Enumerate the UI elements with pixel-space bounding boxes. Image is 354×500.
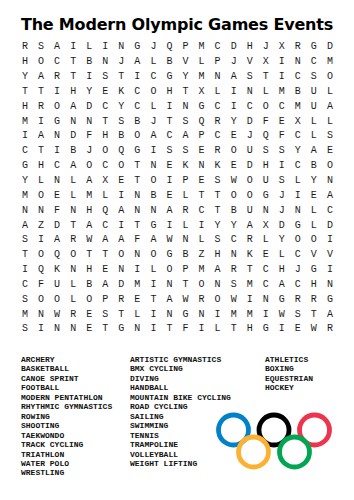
grid-letter: N	[113, 40, 129, 55]
grid-letter: Q	[258, 129, 274, 144]
grid-letter: A	[129, 55, 145, 70]
word-list-item: MOUNTAIN BIKE CYCLING	[130, 393, 231, 402]
grid-letter: I	[274, 55, 290, 70]
grid-letter: C	[306, 55, 322, 70]
grid-letter: L	[129, 307, 145, 322]
grid-letter: U	[49, 278, 65, 293]
grid-letter: O	[194, 278, 210, 293]
grid-letter: S	[113, 114, 129, 129]
grid-letter: A	[226, 70, 242, 85]
grid-letter: B	[161, 55, 177, 70]
grid-letter: A	[274, 278, 290, 293]
grid-letter: I	[161, 218, 177, 233]
grid-letter: O	[33, 188, 49, 203]
grid-letter: X	[97, 174, 113, 189]
grid-letter: G	[177, 307, 193, 322]
grid-letter: R	[306, 292, 322, 307]
grid-letter: L	[322, 114, 338, 129]
grid-letter: B	[129, 114, 145, 129]
grid-letter: C	[97, 218, 113, 233]
grid-letter: L	[145, 263, 161, 278]
grid-letter: N	[290, 55, 306, 70]
grid-letter: M	[17, 114, 33, 129]
grid-letter: K	[49, 263, 65, 278]
grid-letter: T	[129, 218, 145, 233]
grid-letter: A	[306, 144, 322, 159]
word-list-item: TRIATHLON	[21, 450, 112, 459]
grid-letter: U	[306, 99, 322, 114]
grid-letter: W	[177, 292, 193, 307]
grid-letter: Y	[290, 144, 306, 159]
grid-letter: T	[33, 85, 49, 100]
grid-letter: A	[322, 188, 338, 203]
grid-letter: C	[129, 85, 145, 100]
olympic-rings-logo	[210, 407, 338, 475]
grid-letter: N	[258, 203, 274, 218]
grid-letter: A	[65, 159, 81, 174]
grid-letter: Y	[17, 174, 33, 189]
grid-letter: A	[97, 233, 113, 248]
grid-letter: X	[258, 218, 274, 233]
grid-letter: H	[65, 85, 81, 100]
grid-letter: C	[97, 99, 113, 114]
grid-letter: I	[145, 278, 161, 293]
grid-letter: D	[113, 278, 129, 293]
word-list-item: EQUESTRIAN	[265, 374, 313, 383]
grid-letter: B	[81, 278, 97, 293]
grid-letter: M	[194, 263, 210, 278]
grid-letter: U	[242, 203, 258, 218]
grid-letter: B	[145, 188, 161, 203]
grid-letter: V	[177, 55, 193, 70]
grid-letter: Z	[194, 248, 210, 263]
grid-letter: M	[81, 188, 97, 203]
grid-letter: E	[161, 159, 177, 174]
word-list-item: ARTISTIC GYMNASTICS	[130, 355, 231, 364]
grid-letter: R	[65, 233, 81, 248]
grid-letter: I	[226, 99, 242, 114]
grid-letter: M	[194, 40, 210, 55]
grid-letter: H	[17, 55, 33, 70]
grid-letter: T	[17, 85, 33, 100]
grid-letter: T	[177, 85, 193, 100]
grid-letter: C	[129, 99, 145, 114]
grid-letter: Q	[194, 114, 210, 129]
grid-letter: J	[81, 144, 97, 159]
grid-letter: P	[177, 40, 193, 55]
grid-letter: L	[322, 85, 338, 100]
grid-letter: I	[194, 218, 210, 233]
grid-letter: P	[210, 55, 226, 70]
grid-letter: J	[145, 40, 161, 55]
grid-letter: I	[17, 263, 33, 278]
grid-letter: F	[33, 278, 49, 293]
grid-letter: N	[210, 278, 226, 293]
grid-letter: I	[242, 292, 258, 307]
grid-letter: C	[290, 129, 306, 144]
grid-letter: W	[306, 322, 322, 337]
word-list-item: TRACK CYCLING	[21, 440, 112, 449]
grid-letter: O	[113, 159, 129, 174]
grid-letter: G	[258, 322, 274, 337]
grid-letter: S	[290, 307, 306, 322]
grid-letter: O	[65, 248, 81, 263]
grid-letter: T	[17, 248, 33, 263]
grid-letter: T	[113, 307, 129, 322]
grid-letter: F	[258, 114, 274, 129]
grid-letter: D	[81, 99, 97, 114]
grid-letter: T	[129, 159, 145, 174]
grid-letter: J	[145, 114, 161, 129]
grid-letter: N	[194, 307, 210, 322]
grid-letter: B	[306, 159, 322, 174]
grid-letter: R	[33, 99, 49, 114]
grid-letter: E	[97, 263, 113, 278]
grid-letter: E	[322, 144, 338, 159]
grid-letter: E	[194, 174, 210, 189]
grid-letter: X	[258, 55, 274, 70]
grid-letter: D	[226, 40, 242, 55]
grid-letter: N	[49, 322, 65, 337]
grid-letter: O	[33, 292, 49, 307]
grid-letter: C	[210, 40, 226, 55]
grid-letter: A	[322, 99, 338, 114]
grid-letter: N	[177, 99, 193, 114]
grid-letter: L	[194, 55, 210, 70]
grid-letter: V	[322, 248, 338, 263]
grid-letter: I	[274, 322, 290, 337]
grid-letter: T	[194, 188, 210, 203]
grid-letter: B	[65, 144, 81, 159]
grid-letter: W	[274, 307, 290, 322]
grid-letter: I	[161, 174, 177, 189]
grid-letter: G	[194, 99, 210, 114]
grid-letter: X	[290, 114, 306, 129]
word-list-item: HOCKEY	[265, 383, 313, 392]
grid-letter: N	[145, 159, 161, 174]
grid-letter: W	[161, 233, 177, 248]
grid-letter: T	[145, 292, 161, 307]
grid-letter: N	[129, 322, 145, 337]
grid-letter: I	[97, 40, 113, 55]
grid-letter: C	[258, 278, 274, 293]
grid-letter: I	[322, 263, 338, 278]
word-list-item: SHOOTING	[21, 421, 112, 430]
grid-letter: K	[242, 248, 258, 263]
grid-letter: T	[226, 322, 242, 337]
grid-letter: V	[242, 55, 258, 70]
grid-letter: Q	[49, 248, 65, 263]
grid-letter: U	[258, 174, 274, 189]
grid-letter: X	[274, 40, 290, 55]
grid-letter: K	[210, 159, 226, 174]
grid-letter: F	[274, 129, 290, 144]
word-list-item: ROWING	[21, 412, 112, 421]
word-list-item: RHYTHMIC GYMNASTICS	[21, 402, 112, 411]
grid-letter: A	[33, 129, 49, 144]
grid-letter: T	[242, 263, 258, 278]
grid-letter: L	[145, 99, 161, 114]
grid-letter: Q	[113, 144, 129, 159]
grid-letter: S	[242, 70, 258, 85]
grid-letter: A	[161, 203, 177, 218]
grid-letter: Y	[226, 114, 242, 129]
grid-letter: L	[210, 85, 226, 100]
grid-letter: G	[49, 114, 65, 129]
grid-letter: S	[17, 292, 33, 307]
grid-letter: S	[210, 233, 226, 248]
grid-letter: C	[210, 99, 226, 114]
grid-letter: S	[17, 322, 33, 337]
grid-letter: A	[65, 99, 81, 114]
worksheet-page: The Modern Olympic Games Events RSAILING…	[0, 0, 354, 500]
grid-letter: Q	[33, 263, 49, 278]
grid-letter: T	[161, 322, 177, 337]
grid-letter: F	[49, 203, 65, 218]
grid-letter: D	[242, 114, 258, 129]
grid-letter: L	[306, 218, 322, 233]
grid-letter: H	[81, 203, 97, 218]
grid-letter: F	[177, 322, 193, 337]
grid-letter: T	[81, 248, 97, 263]
grid-letter: N	[65, 114, 81, 129]
grid-letter: H	[242, 40, 258, 55]
grid-letter: T	[65, 218, 81, 233]
grid-letter: M	[17, 307, 33, 322]
grid-letter: O	[81, 159, 97, 174]
grid-letter: C	[17, 278, 33, 293]
grid-letter: M	[322, 55, 338, 70]
grid-letter: I	[290, 188, 306, 203]
grid-letter: M	[226, 307, 242, 322]
grid-letter: A	[49, 40, 65, 55]
grid-letter: W	[81, 233, 97, 248]
green-ring-icon	[280, 437, 310, 467]
grid-letter: A	[210, 263, 226, 278]
grid-letter: R	[49, 70, 65, 85]
grid-letter: P	[194, 129, 210, 144]
grid-letter: C	[274, 99, 290, 114]
word-list-item: WATER POLO	[21, 459, 112, 468]
grid-letter: T	[65, 55, 81, 70]
grid-letter: L	[65, 174, 81, 189]
word-list-item: CANOE SPRINT	[21, 374, 112, 383]
grid-letter: N	[65, 322, 81, 337]
grid-letter: P	[97, 292, 113, 307]
grid-letter: O	[97, 144, 113, 159]
grid-letter: E	[49, 188, 65, 203]
grid-letter: O	[49, 292, 65, 307]
grid-letter: Y	[210, 218, 226, 233]
grid-letter: O	[210, 292, 226, 307]
grid-letter: O	[226, 144, 242, 159]
grid-letter: T	[210, 203, 226, 218]
grid-letter: O	[33, 55, 49, 70]
grid-letter: S	[17, 233, 33, 248]
grid-letter: C	[97, 159, 113, 174]
grid-letter: T	[97, 322, 113, 337]
grid-letter: O	[33, 248, 49, 263]
grid-letter: J	[226, 55, 242, 70]
grid-letter: D	[242, 159, 258, 174]
grid-letter: N	[17, 203, 33, 218]
grid-letter: T	[258, 70, 274, 85]
grid-letter: I	[145, 307, 161, 322]
grid-letter: C	[242, 99, 258, 114]
word-list-item: ARCHERY	[21, 355, 112, 364]
grid-letter: B	[290, 85, 306, 100]
grid-letter: M	[274, 85, 290, 100]
grid-letter: M	[242, 278, 258, 293]
grid-letter: S	[210, 174, 226, 189]
grid-letter: J	[274, 203, 290, 218]
grid-letter: B	[81, 55, 97, 70]
grid-letter: L	[145, 55, 161, 70]
grid-letter: R	[226, 263, 242, 278]
grid-letter: O	[322, 159, 338, 174]
grid-letter: R	[242, 233, 258, 248]
grid-letter: S	[97, 70, 113, 85]
grid-letter: I	[113, 188, 129, 203]
grid-letter: H	[210, 248, 226, 263]
grid-letter: W	[226, 174, 242, 189]
grid-letter: Z	[33, 218, 49, 233]
grid-letter: R	[290, 292, 306, 307]
grid-letter: C	[49, 159, 65, 174]
grid-letter: L	[258, 85, 274, 100]
grid-letter: O	[145, 174, 161, 189]
grid-letter: L	[306, 203, 322, 218]
grid-letter: N	[322, 278, 338, 293]
grid-letter: G	[161, 70, 177, 85]
grid-letter: O	[81, 292, 97, 307]
word-list-item: DIVING	[130, 374, 231, 383]
grid-letter: T	[97, 248, 113, 263]
grid-letter: S	[177, 144, 193, 159]
grid-letter: L	[65, 292, 81, 307]
grid-letter: I	[65, 40, 81, 55]
grid-letter: C	[290, 248, 306, 263]
grid-letter: A	[33, 70, 49, 85]
grid-letter: R	[290, 40, 306, 55]
grid-letter: M	[242, 307, 258, 322]
grid-letter: C	[194, 203, 210, 218]
grid-letter: E	[81, 307, 97, 322]
grid-letter: D	[49, 218, 65, 233]
grid-letter: E	[306, 188, 322, 203]
grid-letter: T	[97, 114, 113, 129]
grid-letter: O	[242, 174, 258, 189]
grid-letter: I	[49, 85, 65, 100]
grid-letter: S	[161, 144, 177, 159]
grid-letter: R	[210, 144, 226, 159]
grid-letter: S	[274, 144, 290, 159]
grid-letter: E	[226, 159, 242, 174]
grid-letter: G	[161, 248, 177, 263]
grid-letter: S	[33, 40, 49, 55]
grid-letter: Q	[161, 40, 177, 55]
grid-letter: H	[97, 129, 113, 144]
grid-letter: A	[322, 307, 338, 322]
grid-letter: L	[258, 233, 274, 248]
grid-letter: M	[194, 70, 210, 85]
grid-letter: O	[290, 233, 306, 248]
grid-letter: N	[65, 263, 81, 278]
grid-letter: N	[161, 307, 177, 322]
grid-letter: P	[177, 263, 193, 278]
grid-letter: D	[65, 129, 81, 144]
grid-letter: I	[129, 70, 145, 85]
grid-letter: T	[65, 70, 81, 85]
grid-letter: I	[258, 307, 274, 322]
grid-letter: C	[322, 203, 338, 218]
grid-letter: H	[161, 85, 177, 100]
grid-letter: N	[290, 203, 306, 218]
yellow-ring-icon	[239, 437, 269, 467]
grid-letter: X	[194, 85, 210, 100]
grid-letter: M	[129, 278, 145, 293]
grid-letter: D	[322, 218, 338, 233]
grid-letter: G	[129, 40, 145, 55]
grid-letter: A	[113, 233, 129, 248]
grid-letter: I	[226, 85, 242, 100]
grid-letter: H	[258, 159, 274, 174]
grid-letter: L	[97, 188, 113, 203]
grid-letter: A	[161, 292, 177, 307]
grid-letter: G	[129, 144, 145, 159]
grid-letter: Y	[17, 70, 33, 85]
grid-letter: A	[113, 203, 129, 218]
grid-letter: L	[306, 129, 322, 144]
grid-letter: N	[33, 307, 49, 322]
grid-letter: W	[49, 307, 65, 322]
grid-letter: N	[97, 55, 113, 70]
grid-letter: I	[17, 129, 33, 144]
grid-letter: O	[129, 129, 145, 144]
grid-letter: E	[97, 85, 113, 100]
grid-letter: R	[113, 292, 129, 307]
grid-letter: N	[129, 188, 145, 203]
grid-letter: I	[145, 322, 161, 337]
grid-letter: Y	[113, 99, 129, 114]
grid-letter: D	[322, 40, 338, 55]
grid-letter: O	[322, 70, 338, 85]
word-list-item: MODERN PENTATHLON	[21, 393, 112, 402]
grid-letter: O	[226, 188, 242, 203]
grid-letter: C	[17, 144, 33, 159]
grid-letter: N	[49, 174, 65, 189]
grid-letter: T	[177, 278, 193, 293]
grid-letter: R	[17, 40, 33, 55]
grid-letter: A	[81, 174, 97, 189]
grid-letter: E	[290, 322, 306, 337]
grid-letter: L	[65, 188, 81, 203]
grid-letter: L	[33, 174, 49, 189]
grid-letter: R	[65, 307, 81, 322]
grid-letter: N	[129, 248, 145, 263]
grid-letter: E	[81, 322, 97, 337]
grid-letter: N	[258, 292, 274, 307]
grid-letter: C	[290, 159, 306, 174]
grid-letter: A	[177, 129, 193, 144]
word-list-item: TAEKWONDO	[21, 431, 112, 440]
grid-letter: C	[161, 129, 177, 144]
grid-letter: E	[129, 292, 145, 307]
grid-letter: H	[274, 263, 290, 278]
grid-letter: N	[113, 263, 129, 278]
grid-letter: J	[258, 40, 274, 55]
grid-letter: B	[177, 248, 193, 263]
